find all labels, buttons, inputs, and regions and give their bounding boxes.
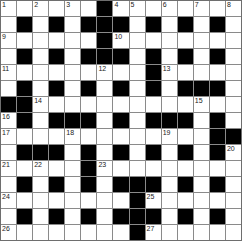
cell-r0c2[interactable]: 2 [33,1,48,16]
black-cell-r13c3 [49,209,64,224]
cell-r10c8[interactable] [130,161,145,176]
cell-r9c4[interactable] [65,145,80,160]
cell-r4c10[interactable]: 13 [162,65,177,80]
cell-r8c9[interactable] [146,129,161,144]
black-cell-r9c3 [49,145,64,160]
clue-number-25: 25 [147,193,155,201]
clue-number-22: 22 [34,161,42,169]
cell-r10c10[interactable] [162,161,177,176]
cell-r0c5[interactable] [81,1,96,16]
black-cell-r6c1 [17,97,32,112]
cell-r10c6[interactable]: 23 [97,161,112,176]
black-cell-r1c13 [210,17,225,32]
black-cell-r5c11 [178,81,193,96]
cell-r0c13[interactable] [210,1,225,16]
black-cell-r5c5 [81,81,96,96]
black-cell-r9c2 [33,145,48,160]
cell-r13c4[interactable] [65,209,80,224]
black-cell-r7c10 [162,113,177,128]
cell-r8c2[interactable] [33,129,48,144]
black-cell-r13c5 [81,209,96,224]
clue-number-26: 26 [2,225,10,233]
cell-r8c0[interactable]: 17 [1,129,16,144]
cell-r10c13[interactable] [210,161,225,176]
cell-r8c11[interactable] [178,129,193,144]
cell-r14c4[interactable] [65,225,80,240]
black-cell-r13c1 [17,209,32,224]
black-cell-r7c11 [178,113,193,128]
cell-r14c7[interactable] [113,225,128,240]
cell-r12c9[interactable]: 25 [146,193,161,208]
cell-r6c14[interactable] [226,97,241,112]
clue-number-4: 4 [114,1,118,9]
cell-r9c8[interactable] [130,145,145,160]
crossword-grid[interactable]: 1234567891011121314151617181920212223242… [0,0,242,241]
cell-r14c14[interactable] [226,225,241,240]
cell-r4c6[interactable]: 12 [97,65,112,80]
cell-r12c14[interactable] [226,193,241,208]
black-cell-r3c6 [97,49,112,64]
clue-number-18: 18 [66,129,74,137]
cell-r5c4[interactable] [65,81,80,96]
cell-r0c11[interactable] [178,1,193,16]
cell-r6c10[interactable] [162,97,177,112]
cell-r14c10[interactable] [162,225,177,240]
black-cell-r11c11 [178,177,193,192]
black-cell-r5c1 [17,81,32,96]
cell-r9c10[interactable] [162,145,177,160]
cell-r12c13[interactable] [210,193,225,208]
cell-r12c1[interactable] [17,193,32,208]
black-cell-r1c3 [49,17,64,32]
cell-r6c5[interactable] [81,97,96,112]
black-cell-r1c1 [17,17,32,32]
cell-r8c12[interactable] [194,129,209,144]
black-cell-r8c13 [210,129,225,144]
cell-r2c14[interactable] [226,33,241,48]
cell-r4c1[interactable] [17,65,32,80]
cell-r13c14[interactable] [226,209,241,224]
clue-number-12: 12 [98,65,106,73]
black-cell-r1c11 [178,17,193,32]
cell-r10c7[interactable] [113,161,128,176]
black-cell-r6c0 [1,97,16,112]
black-cell-r2c6 [97,33,112,48]
black-cell-r11c7 [113,177,128,192]
cell-r14c12[interactable] [194,225,209,240]
clue-number-15: 15 [195,97,203,105]
cell-r14c2[interactable] [33,225,48,240]
black-cell-r14c8 [130,225,145,240]
black-cell-r13c13 [210,209,225,224]
cell-r7c12[interactable] [194,113,209,128]
black-cell-r0c6 [97,1,112,16]
clue-number-10: 10 [114,33,122,41]
cell-r1c14[interactable] [226,17,241,32]
cell-r9c6[interactable] [97,145,112,160]
clue-number-9: 9 [2,33,6,41]
cell-r2c2[interactable] [33,33,48,48]
cell-r10c9[interactable] [146,161,161,176]
cell-r4c13[interactable] [210,65,225,80]
cell-r0c3[interactable] [49,1,64,16]
cell-r6c4[interactable] [65,97,80,112]
cell-r11c0[interactable] [1,177,16,192]
black-cell-r3c11 [178,49,193,64]
clue-number-11: 11 [2,65,9,73]
cell-r4c7[interactable] [113,65,128,80]
cell-r14c1[interactable] [17,225,32,240]
cell-r12c5[interactable] [81,193,96,208]
black-cell-r1c6 [97,17,112,32]
cell-r0c4[interactable]: 3 [65,1,80,16]
cell-r12c11[interactable] [178,193,193,208]
cell-r0c0[interactable]: 1 [1,1,16,16]
cell-r7c6[interactable] [97,113,112,128]
black-cell-r7c4 [65,113,80,128]
black-cell-r13c9 [146,209,161,224]
cell-r3c12[interactable] [194,49,209,64]
cell-r7c0[interactable]: 16 [1,113,16,128]
cell-r8c1[interactable] [17,129,32,144]
clue-number-7: 7 [195,1,199,9]
clue-number-27: 27 [147,225,155,233]
cell-r0c12[interactable]: 7 [194,1,209,16]
cell-r1c0[interactable] [1,17,16,32]
cell-r4c3[interactable] [49,65,64,80]
cell-r4c11[interactable] [178,65,193,80]
black-cell-r11c5 [81,177,96,192]
cell-r8c8[interactable] [130,129,145,144]
black-cell-r7c5 [81,113,96,128]
black-cell-r1c9 [146,17,161,32]
clue-number-5: 5 [131,1,135,9]
cell-r7c8[interactable] [130,113,145,128]
cell-r12c7[interactable] [113,193,128,208]
cell-r10c11[interactable] [178,161,193,176]
clue-number-16: 16 [2,113,10,121]
clue-number-8: 8 [227,1,231,9]
cell-r8c7[interactable] [113,129,128,144]
black-cell-r3c3 [49,49,64,64]
cell-r3c2[interactable] [33,49,48,64]
cell-r6c2[interactable]: 14 [33,97,48,112]
cell-r9c0[interactable] [1,145,16,160]
cell-r14c6[interactable] [97,225,112,240]
cell-r11c10[interactable] [162,177,177,192]
cell-r4c12[interactable] [194,65,209,80]
black-cell-r9c13 [210,145,225,160]
black-cell-r4c9 [146,65,161,80]
cell-r5c14[interactable] [226,81,241,96]
cell-r12c0[interactable]: 24 [1,193,16,208]
clue-number-3: 3 [66,1,70,9]
cell-r9c12[interactable] [194,145,209,160]
cell-r13c12[interactable] [194,209,209,224]
black-cell-r12c8 [130,193,145,208]
black-cell-r1c7 [113,17,128,32]
black-cell-r7c7 [113,113,128,128]
clue-number-17: 17 [2,129,10,137]
cell-r12c6[interactable] [97,193,112,208]
cell-r14c11[interactable] [178,225,193,240]
black-cell-r11c1 [17,177,32,192]
black-cell-r7c13 [210,113,225,128]
black-cell-r13c7 [113,209,128,224]
cell-r1c10[interactable] [162,17,177,32]
cell-r12c12[interactable] [194,193,209,208]
cell-r12c3[interactable] [49,193,64,208]
clue-number-23: 23 [98,161,106,169]
cell-r10c4[interactable] [65,161,80,176]
cell-r4c5[interactable] [81,65,96,80]
cell-r2c12[interactable] [194,33,209,48]
cell-r6c3[interactable] [49,97,64,112]
clue-number-19: 19 [163,129,171,137]
cell-r0c9[interactable] [146,1,161,16]
cell-r3c8[interactable] [130,49,145,64]
clue-number-6: 6 [163,1,167,9]
cell-r8c6[interactable] [97,129,112,144]
black-cell-r5c12 [194,81,209,96]
cell-r6c13[interactable] [210,97,225,112]
black-cell-r5c7 [113,81,128,96]
black-cell-r10c5 [81,161,96,176]
cell-r10c1[interactable] [17,161,32,176]
cell-r9c14[interactable]: 20 [226,145,241,160]
black-cell-r9c11 [178,145,193,160]
cell-r2c3[interactable] [49,33,64,48]
cell-r7c2[interactable] [33,113,48,128]
black-cell-r3c1 [17,49,32,64]
black-cell-r11c8 [130,177,145,192]
cell-r2c10[interactable] [162,33,177,48]
cell-r12c10[interactable] [162,193,177,208]
cell-r4c0[interactable]: 11 [1,65,16,80]
cell-r4c2[interactable] [33,65,48,80]
cell-r2c13[interactable] [210,33,225,48]
black-cell-r3c13 [210,49,225,64]
cell-r14c5[interactable] [81,225,96,240]
cell-r10c0[interactable]: 21 [1,161,16,176]
clue-number-1: 1 [2,1,6,9]
black-cell-r13c11 [178,209,193,224]
cell-r2c9[interactable] [146,33,161,48]
cell-r14c0[interactable]: 26 [1,225,16,240]
cell-r3c14[interactable] [226,49,241,64]
cell-r3c0[interactable] [1,49,16,64]
black-cell-r7c9 [146,113,161,128]
cell-r0c10[interactable]: 6 [162,1,177,16]
black-cell-r9c9 [146,145,161,160]
cell-r1c12[interactable] [194,17,209,32]
cell-r2c8[interactable] [130,33,145,48]
black-cell-r9c5 [81,145,96,160]
cell-r0c14[interactable]: 8 [226,1,241,16]
cell-r12c4[interactable] [65,193,80,208]
cell-r5c0[interactable] [1,81,16,96]
cell-r6c8[interactable] [130,97,145,112]
crossword-page: 1234567891011121314151617181920212223242… [0,0,242,241]
cell-r13c10[interactable] [162,209,177,224]
cell-r6c9[interactable] [146,97,161,112]
cell-r6c12[interactable]: 15 [194,97,209,112]
cell-r13c6[interactable] [97,209,112,224]
black-cell-r8c14 [226,129,241,144]
cell-r1c8[interactable] [130,17,145,32]
cell-r14c3[interactable] [49,225,64,240]
cell-r12c2[interactable] [33,193,48,208]
black-cell-r3c7 [113,49,128,64]
clue-number-24: 24 [2,193,10,201]
cell-r8c10[interactable]: 19 [162,129,177,144]
cell-r7c14[interactable] [226,113,241,128]
cell-r1c2[interactable] [33,17,48,32]
cell-r11c2[interactable] [33,177,48,192]
cell-r5c10[interactable] [162,81,177,96]
cell-r2c1[interactable] [17,33,32,48]
cell-r4c8[interactable] [130,65,145,80]
cell-r11c6[interactable] [97,177,112,192]
cell-r4c4[interactable] [65,65,80,80]
clue-number-20: 20 [227,145,235,153]
clue-number-13: 13 [163,65,171,73]
cell-r6c11[interactable] [178,97,193,112]
clue-number-14: 14 [34,97,42,105]
cell-r0c7[interactable]: 4 [113,1,128,16]
black-cell-r5c3 [49,81,64,96]
cell-r11c12[interactable] [194,177,209,192]
cell-r0c8[interactable]: 5 [130,1,145,16]
black-cell-r3c5 [81,49,96,64]
black-cell-r9c7 [113,145,128,160]
black-cell-r1c5 [81,17,96,32]
cell-r8c4[interactable]: 18 [65,129,80,144]
black-cell-r11c3 [49,177,64,192]
cell-r3c4[interactable] [65,49,80,64]
cell-r11c4[interactable] [65,177,80,192]
cell-r1c4[interactable] [65,17,80,32]
cell-r0c1[interactable] [17,1,32,16]
clue-number-21: 21 [2,161,10,169]
cell-r8c3[interactable] [49,129,64,144]
black-cell-r7c1 [17,113,32,128]
clue-number-2: 2 [34,1,38,9]
cell-r13c2[interactable] [33,209,48,224]
black-cell-r7c3 [49,113,64,128]
black-cell-r9c1 [17,145,32,160]
black-cell-r5c9 [146,81,161,96]
black-cell-r13c8 [130,209,145,224]
black-cell-r5c13 [210,81,225,96]
cell-r10c2[interactable]: 22 [33,161,48,176]
cell-r3c10[interactable] [162,49,177,64]
cell-r2c4[interactable] [65,33,80,48]
cell-r10c3[interactable] [49,161,64,176]
black-cell-r11c9 [146,177,161,192]
cell-r6c6[interactable] [97,97,112,112]
cell-r13c0[interactable] [1,209,16,224]
cell-r2c11[interactable] [178,33,193,48]
cell-r14c13[interactable] [210,225,225,240]
cell-r8c5[interactable] [81,129,96,144]
black-cell-r11c13 [210,177,225,192]
cell-r5c8[interactable] [130,81,145,96]
cell-r14c9[interactable]: 27 [146,225,161,240]
cell-r2c0[interactable]: 9 [1,33,16,48]
cell-r2c7[interactable]: 10 [113,33,128,48]
black-cell-r3c9 [146,49,161,64]
cell-r11c14[interactable] [226,177,241,192]
cell-r6c7[interactable] [113,97,128,112]
cell-r10c14[interactable] [226,161,241,176]
cell-r10c12[interactable] [194,161,209,176]
cell-r2c5[interactable] [81,33,96,48]
cell-r5c6[interactable] [97,81,112,96]
cell-r5c2[interactable] [33,81,48,96]
cell-r4c14[interactable] [226,65,241,80]
